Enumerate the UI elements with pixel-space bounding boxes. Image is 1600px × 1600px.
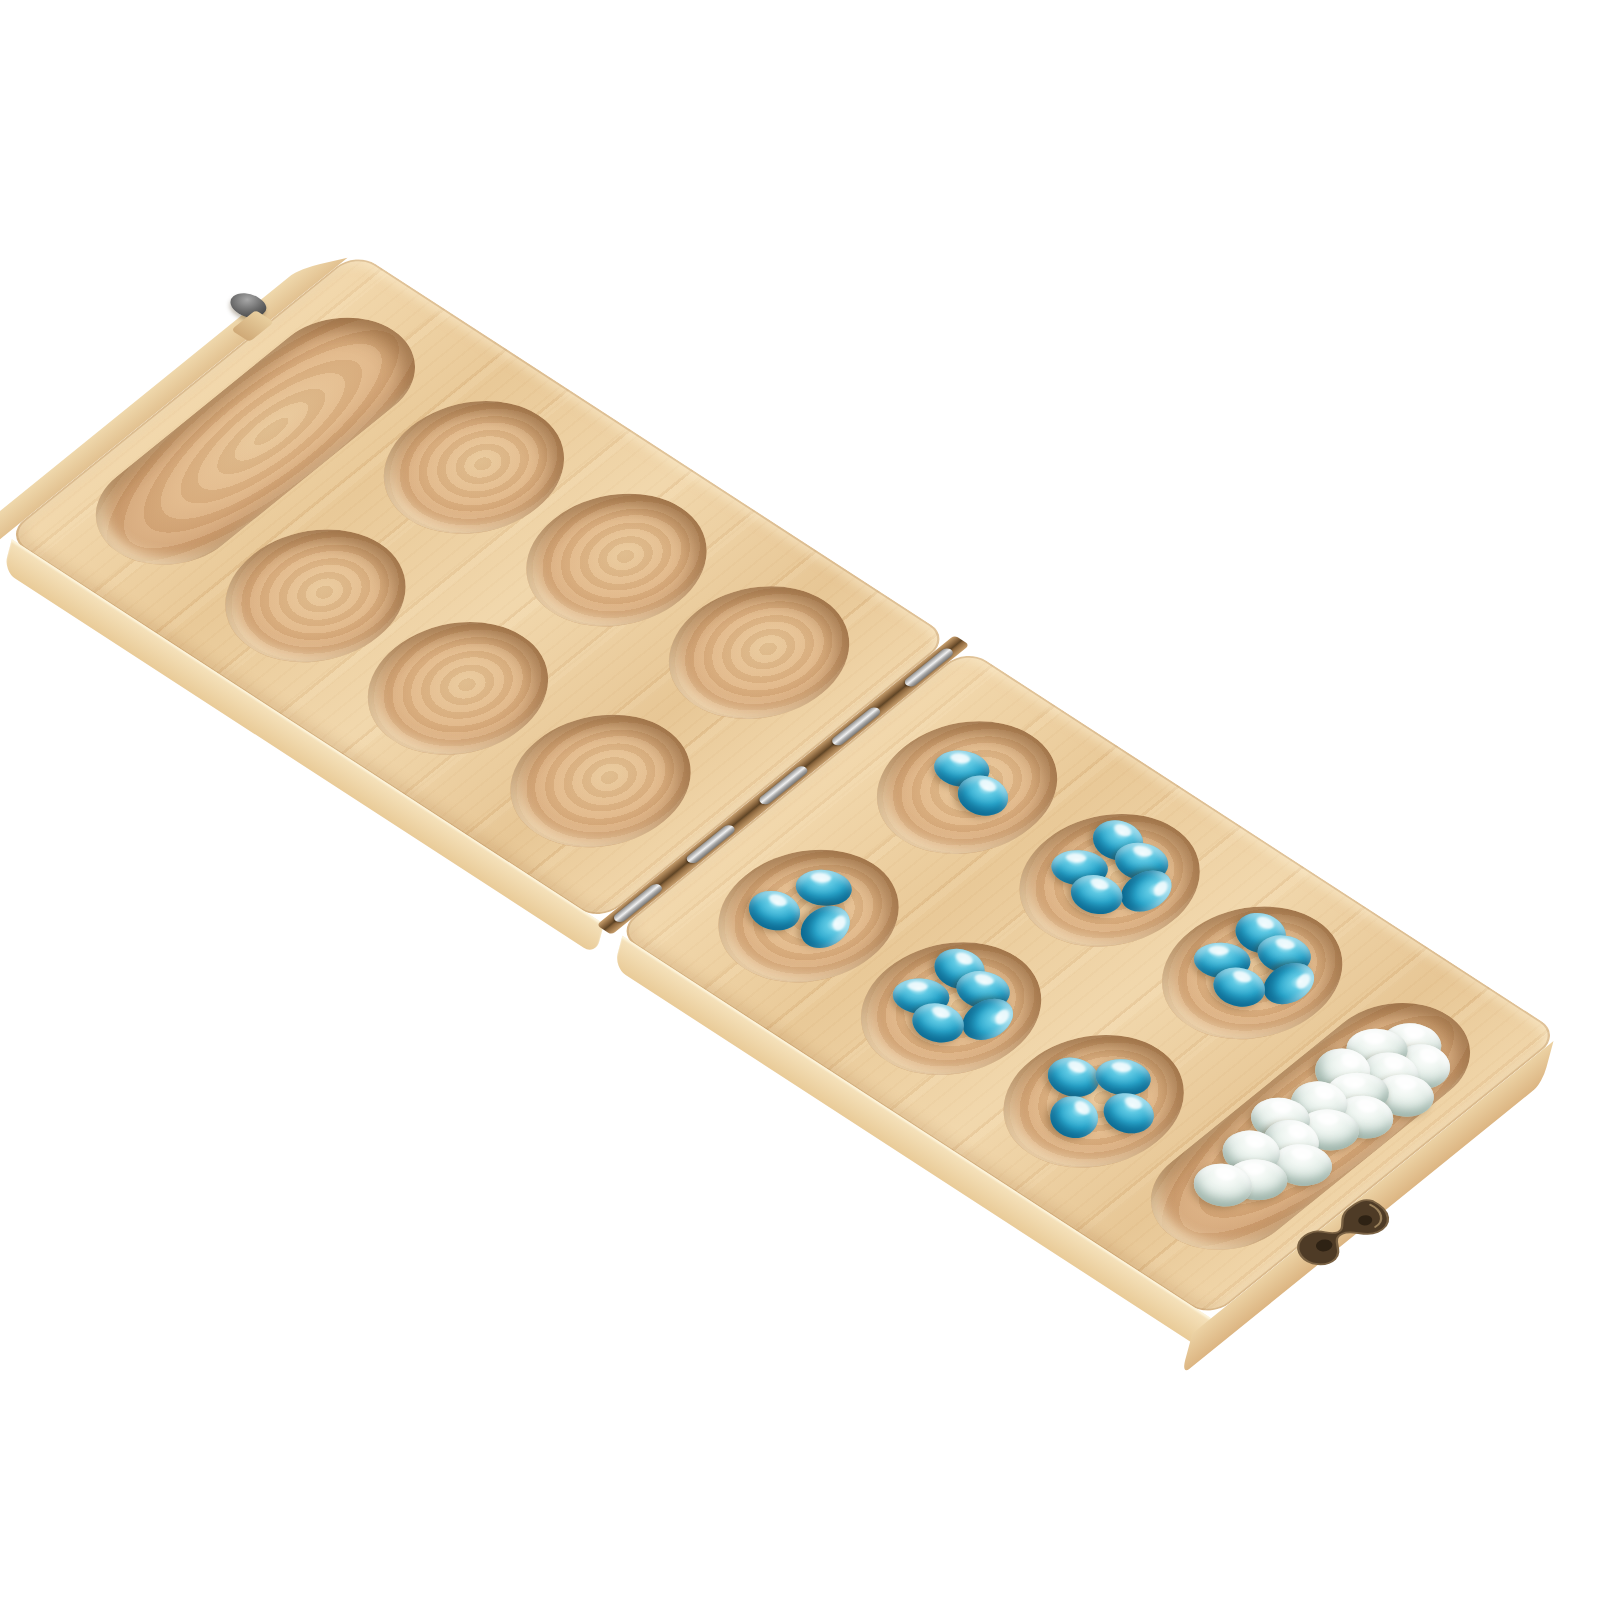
product-photo-scene bbox=[0, 0, 1600, 1600]
bead-blue bbox=[792, 901, 859, 953]
board-open-flat bbox=[4, 251, 1561, 1319]
store-left[interactable] bbox=[65, 296, 445, 587]
mancala-board bbox=[4, 251, 1561, 1319]
bead-blue bbox=[1044, 1091, 1105, 1143]
bead-blue bbox=[1094, 1086, 1164, 1141]
